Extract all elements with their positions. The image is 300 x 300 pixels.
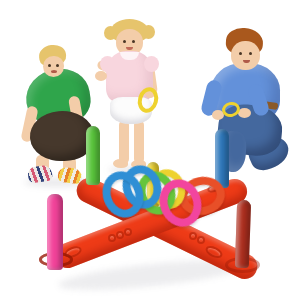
product-photo-ring-toss [0,0,300,300]
left-boy-face [43,56,64,77]
left-boy-eye [56,64,59,67]
girl-leg [134,120,144,164]
base-emboss-circle [197,236,205,244]
girl-eye [132,40,135,43]
base-emboss-circle [116,231,124,239]
left-boy-mouth [51,70,57,73]
peg-blue-back-right [215,129,229,188]
right-boy-face [231,41,260,70]
base-emboss-circle [108,234,116,242]
girl-sleeve [100,56,115,72]
girl-eye [123,40,126,43]
peg-pink-front-left [47,194,63,270]
base-emboss-circle [124,228,132,236]
peg-darkred-front-right [235,200,251,268]
base-emboss-circle [189,232,197,240]
left-boy-eye [48,64,51,67]
girl-leg [119,120,129,164]
girl-hand [95,71,107,81]
right-boy-eye [249,52,252,55]
girl-sleeve [144,56,159,72]
left-boy-striped-sock [27,164,53,183]
right-boy-eye [239,52,242,55]
peg-green-back-left [86,126,100,185]
girl-foot [113,159,128,168]
